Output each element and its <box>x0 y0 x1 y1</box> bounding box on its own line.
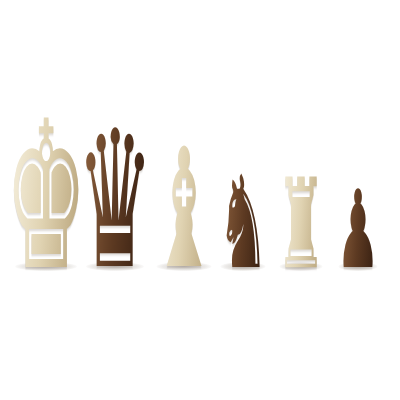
black-knight-piece: ♞ <box>217 159 269 287</box>
white-bishop-piece: ♝ <box>151 127 218 292</box>
white-king-piece: ♚ <box>5 94 88 299</box>
black-pawn-piece: ♟ <box>336 176 380 284</box>
black-queen-piece: ♛ <box>77 106 154 296</box>
white-rook-piece: ♜ <box>276 162 326 286</box>
chess-pieces-photo: ♚ ♛ ♝ ♞ ♜ ♟ <box>0 0 400 400</box>
